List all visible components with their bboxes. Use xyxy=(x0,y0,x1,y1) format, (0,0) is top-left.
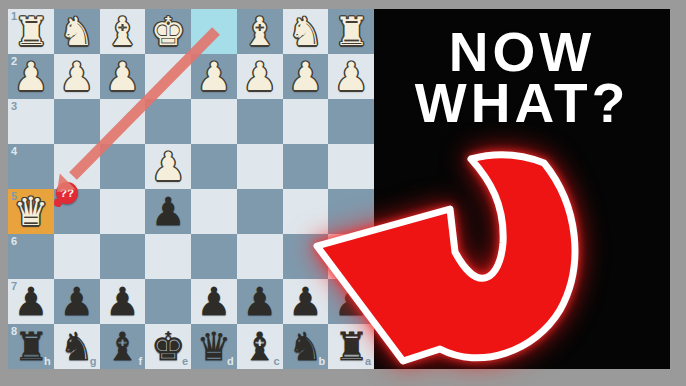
square-g2[interactable]: ♟ xyxy=(54,54,100,99)
white-king[interactable]: ♚ xyxy=(151,9,186,54)
white-rook[interactable]: ♜ xyxy=(13,9,48,54)
black-bishop[interactable]: ♝ xyxy=(242,324,277,369)
white-bishop[interactable]: ♝ xyxy=(105,9,140,54)
black-bishop[interactable]: ♝ xyxy=(105,324,140,369)
white-pawn[interactable]: ♟ xyxy=(151,144,186,189)
square-g1[interactable]: ♞ xyxy=(54,9,100,54)
square-f6[interactable] xyxy=(100,234,146,279)
black-king[interactable]: ♚ xyxy=(151,324,186,369)
black-pawn[interactable]: ♟ xyxy=(196,279,231,324)
square-h6[interactable]: 6 xyxy=(8,234,54,279)
square-f3[interactable] xyxy=(100,99,146,144)
square-d8[interactable]: d♛ xyxy=(191,324,237,369)
square-f7[interactable]: ♟ xyxy=(100,279,146,324)
square-d1[interactable] xyxy=(191,9,237,54)
square-b8[interactable]: b♞ xyxy=(283,324,329,369)
black-pawn[interactable]: ♟ xyxy=(288,279,323,324)
square-a4[interactable] xyxy=(328,144,374,189)
title-line2: WHAT? xyxy=(415,78,629,129)
rank-label-4: 4 xyxy=(11,146,17,157)
square-c1[interactable]: ♝ xyxy=(237,9,283,54)
black-pawn[interactable]: ♟ xyxy=(334,279,369,324)
black-pawn[interactable]: ♟ xyxy=(59,279,94,324)
square-c6[interactable] xyxy=(237,234,283,279)
square-a3[interactable] xyxy=(328,99,374,144)
square-c5[interactable] xyxy=(237,189,283,234)
square-b4[interactable] xyxy=(283,144,329,189)
white-pawn[interactable]: ♟ xyxy=(196,54,231,99)
square-d3[interactable] xyxy=(191,99,237,144)
square-d7[interactable]: ♟ xyxy=(191,279,237,324)
right-panel: NOW WHAT? xyxy=(374,9,670,369)
square-h4[interactable]: 4 xyxy=(8,144,54,189)
square-h3[interactable]: 3 xyxy=(8,99,54,144)
white-pawn[interactable]: ♟ xyxy=(59,54,94,99)
square-a8[interactable]: a♜ xyxy=(328,324,374,369)
black-knight[interactable]: ♞ xyxy=(288,324,323,369)
square-g7[interactable]: ♟ xyxy=(54,279,100,324)
title-text: NOW WHAT? xyxy=(415,27,629,129)
square-b2[interactable]: ♟ xyxy=(283,54,329,99)
square-e5[interactable]: ♟ xyxy=(145,189,191,234)
square-a1[interactable]: ♜ xyxy=(328,9,374,54)
white-pawn[interactable]: ♟ xyxy=(288,54,323,99)
square-e6[interactable] xyxy=(145,234,191,279)
square-d4[interactable] xyxy=(191,144,237,189)
thumbnail: 1♜♞♝♚♝♞♜2♟♟♟♟♟♟♟34♟5♛♟67♟♟♟♟♟♟♟8h♜g♞f♝e♚… xyxy=(8,9,670,369)
blunder-badge-text: ?? xyxy=(60,187,74,199)
black-queen[interactable]: ♛ xyxy=(196,324,231,369)
white-rook[interactable]: ♜ xyxy=(334,9,369,54)
white-knight[interactable]: ♞ xyxy=(288,9,323,54)
square-h7[interactable]: 7♟ xyxy=(8,279,54,324)
square-a2[interactable]: ♟ xyxy=(328,54,374,99)
black-pawn[interactable]: ♟ xyxy=(242,279,277,324)
square-f1[interactable]: ♝ xyxy=(100,9,146,54)
square-b3[interactable] xyxy=(283,99,329,144)
white-pawn[interactable]: ♟ xyxy=(334,54,369,99)
black-pawn[interactable]: ♟ xyxy=(13,279,48,324)
square-c7[interactable]: ♟ xyxy=(237,279,283,324)
square-b7[interactable]: ♟ xyxy=(283,279,329,324)
square-e8[interactable]: e♚ xyxy=(145,324,191,369)
square-c2[interactable]: ♟ xyxy=(237,54,283,99)
white-bishop[interactable]: ♝ xyxy=(242,9,277,54)
white-pawn[interactable]: ♟ xyxy=(13,54,48,99)
white-pawn[interactable]: ♟ xyxy=(242,54,277,99)
square-e1[interactable]: ♚ xyxy=(145,9,191,54)
square-f4[interactable] xyxy=(100,144,146,189)
square-a6[interactable] xyxy=(328,234,374,279)
rank-label-6: 6 xyxy=(11,236,17,247)
square-d5[interactable] xyxy=(191,189,237,234)
square-c8[interactable]: c♝ xyxy=(237,324,283,369)
square-a7[interactable]: ♟ xyxy=(328,279,374,324)
square-h5[interactable]: 5♛ xyxy=(8,189,54,234)
white-knight[interactable]: ♞ xyxy=(59,9,94,54)
square-d2[interactable]: ♟ xyxy=(191,54,237,99)
square-e7[interactable] xyxy=(145,279,191,324)
black-pawn[interactable]: ♟ xyxy=(151,189,186,234)
square-a5[interactable] xyxy=(328,189,374,234)
square-h2[interactable]: 2♟ xyxy=(8,54,54,99)
square-e2[interactable] xyxy=(145,54,191,99)
square-f8[interactable]: f♝ xyxy=(100,324,146,369)
square-g8[interactable]: g♞ xyxy=(54,324,100,369)
square-e4[interactable]: ♟ xyxy=(145,144,191,189)
square-c4[interactable] xyxy=(237,144,283,189)
square-h1[interactable]: 1♜ xyxy=(8,9,54,54)
black-knight[interactable]: ♞ xyxy=(59,324,94,369)
square-f2[interactable]: ♟ xyxy=(100,54,146,99)
square-b1[interactable]: ♞ xyxy=(283,9,329,54)
title-line1: NOW xyxy=(415,27,629,78)
black-pawn[interactable]: ♟ xyxy=(105,279,140,324)
square-g4[interactable] xyxy=(54,144,100,189)
black-rook[interactable]: ♜ xyxy=(334,324,369,369)
blunder-badge: ?? xyxy=(56,182,78,204)
rank-label-3: 3 xyxy=(11,101,17,112)
video-frame: 1♜♞♝♚♝♞♜2♟♟♟♟♟♟♟34♟5♛♟67♟♟♟♟♟♟♟8h♜g♞f♝e♚… xyxy=(0,0,686,386)
white-queen[interactable]: ♛ xyxy=(13,189,48,234)
square-g6[interactable] xyxy=(54,234,100,279)
square-c3[interactable] xyxy=(237,99,283,144)
square-g3[interactable] xyxy=(54,99,100,144)
black-rook[interactable]: ♜ xyxy=(13,324,48,369)
square-f5[interactable] xyxy=(100,189,146,234)
white-pawn[interactable]: ♟ xyxy=(105,54,140,99)
square-d6[interactable] xyxy=(191,234,237,279)
square-h8[interactable]: 8h♜ xyxy=(8,324,54,369)
square-e3[interactable] xyxy=(145,99,191,144)
square-b6[interactable] xyxy=(283,234,329,279)
square-b5[interactable] xyxy=(283,189,329,234)
